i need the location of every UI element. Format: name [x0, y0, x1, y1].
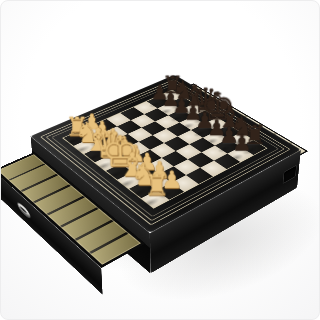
chess-box: ♜♞♝♛♚♝♞♜♟♟♟♟♟♟♟♟♟♟♟♟♟♟♟♟♜♞♝♛♚♝♞♜ — [30, 75, 300, 233]
black-pawn-glyph: ♟ — [219, 133, 264, 155]
product-photo-scene: ♜♞♝♛♚♝♞♜♟♟♟♟♟♟♟♟♟♟♟♟♟♟♟♟♜♞♝♛♚♝♞♜ — [0, 0, 320, 320]
perspective-stage: ♜♞♝♛♚♝♞♜♟♟♟♟♟♟♟♟♟♟♟♟♟♟♟♟♜♞♝♛♚♝♞♜ — [1, 1, 319, 319]
right-drawer-recess[interactable] — [283, 165, 297, 185]
drawer-handle-slot-icon — [20, 205, 27, 214]
white-rook-glyph: ♜ — [132, 171, 180, 200]
